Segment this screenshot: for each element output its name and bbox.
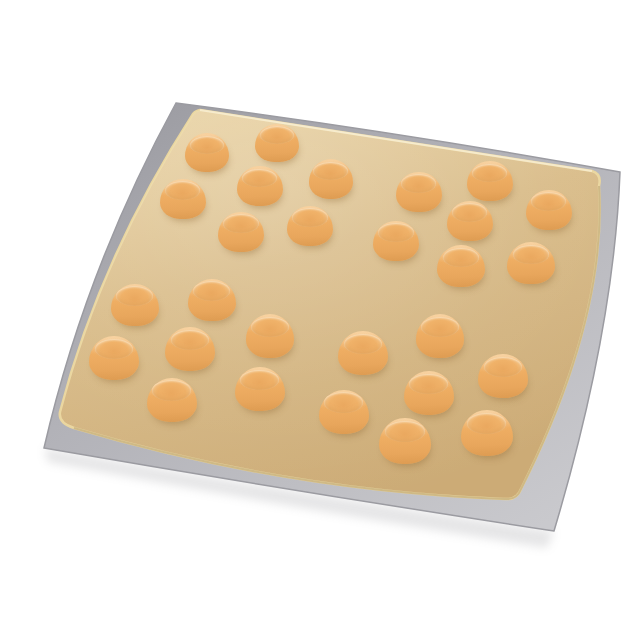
- bumper-top-face: [171, 330, 209, 350]
- bumper-6: [396, 172, 441, 212]
- bumper-14: [507, 242, 554, 283]
- bumper-7: [467, 161, 512, 201]
- bumper-top-face: [472, 164, 507, 183]
- bumper-top-face: [401, 174, 436, 193]
- bumpers-layer: [0, 0, 640, 640]
- bumper-top-face: [324, 392, 363, 413]
- bumper-top-face: [385, 421, 425, 442]
- bumper-4: [237, 166, 282, 206]
- bumper-15: [111, 284, 159, 326]
- bumper-top-face: [409, 374, 448, 395]
- bumper-12: [526, 190, 572, 230]
- bumper-top-face: [240, 370, 279, 391]
- bumper-20: [338, 331, 387, 374]
- bumper-top-face: [313, 162, 348, 181]
- bumper-24: [319, 390, 370, 435]
- bumper-top-face: [443, 248, 479, 267]
- bumper-5: [309, 159, 354, 199]
- bumper-27: [379, 418, 431, 463]
- bumper-17: [89, 336, 138, 380]
- bumper-top-face: [344, 334, 382, 354]
- bumper-3: [160, 179, 205, 219]
- bumper-top-face: [152, 380, 191, 401]
- bumper-2: [255, 124, 299, 163]
- bumper-26: [478, 354, 528, 398]
- bumper-8: [218, 212, 264, 253]
- bumper-top-face: [165, 181, 200, 200]
- bumper-22: [147, 378, 198, 422]
- bumper-top-face: [513, 245, 549, 264]
- bumper-top-face: [467, 413, 507, 434]
- bumper-top-face: [242, 169, 277, 188]
- bumper-top-face: [193, 281, 230, 301]
- bumper-11: [447, 201, 493, 242]
- bumper-25: [404, 371, 454, 415]
- bumper-top-face: [484, 357, 522, 378]
- bumper-top-face: [251, 317, 289, 337]
- bumper-top-face: [95, 339, 133, 359]
- bumper-top-face: [531, 192, 566, 211]
- bumper-top-face: [260, 126, 294, 144]
- product-photo: [0, 0, 640, 640]
- bumper-top-face: [190, 136, 224, 154]
- bumper-top-face: [378, 223, 414, 242]
- bumper-10: [373, 221, 420, 262]
- bumper-18: [165, 327, 214, 370]
- bumper-9: [287, 206, 333, 247]
- bumper-21: [416, 314, 465, 357]
- bumper-19: [246, 314, 295, 357]
- bumper-top-face: [421, 317, 459, 337]
- bumper-top-face: [223, 214, 259, 233]
- bumper-top-face: [116, 286, 153, 306]
- bumper-23: [235, 367, 285, 411]
- bumper-13: [437, 245, 484, 286]
- bumper-top-face: [452, 203, 487, 222]
- bumper-top-face: [292, 208, 328, 227]
- bumper-1: [185, 133, 229, 172]
- bumper-28: [461, 410, 512, 455]
- bumper-16: [188, 279, 236, 321]
